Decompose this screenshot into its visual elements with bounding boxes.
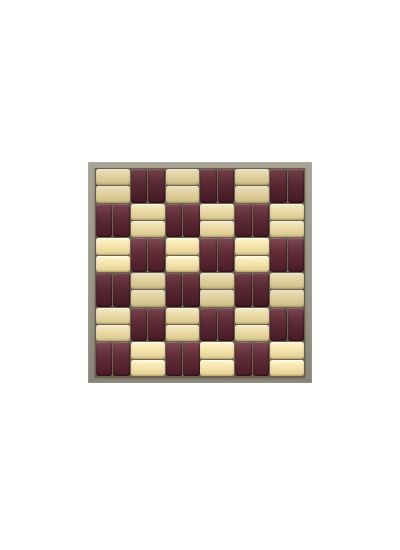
board-square-r1c6-maroon — [270, 169, 304, 203]
domino-tile — [166, 238, 200, 254]
board-square-r5c6-maroon — [270, 308, 304, 342]
domino-tile — [183, 204, 199, 238]
board-square-r2c2-cream — [131, 204, 165, 238]
domino-tile — [288, 169, 304, 203]
domino-tile — [131, 169, 147, 203]
domino-tile — [235, 169, 269, 185]
domino-tile — [253, 342, 269, 376]
domino-tile — [270, 273, 304, 289]
domino-tile — [235, 273, 251, 307]
domino-tile — [148, 169, 164, 203]
domino-tile — [270, 360, 304, 376]
domino-tile — [270, 308, 286, 342]
domino-tile — [200, 342, 234, 358]
domino-tile — [166, 204, 182, 238]
domino-tile — [200, 290, 234, 306]
board-square-r4c2-cream — [131, 273, 165, 307]
domino-tile — [253, 204, 269, 238]
domino-tile — [96, 325, 130, 341]
board-square-r5c3-cream — [166, 308, 200, 342]
domino-tile — [200, 273, 234, 289]
board-square-r6c5-maroon — [235, 342, 269, 376]
domino-tile — [131, 221, 165, 237]
board-square-r2c5-maroon — [235, 204, 269, 238]
domino-tile — [96, 238, 130, 254]
board-square-r1c3-cream — [166, 169, 200, 203]
domino-tile — [96, 256, 130, 272]
domino-tile — [288, 238, 304, 272]
board-square-r4c6-cream — [270, 273, 304, 307]
board-square-r6c2-cream — [131, 342, 165, 376]
domino-tile — [235, 308, 269, 324]
domino-tile — [148, 308, 164, 342]
board-square-r2c4-cream — [200, 204, 234, 238]
domino-tile — [200, 169, 216, 203]
board-square-r4c5-maroon — [235, 273, 269, 307]
board-square-r1c4-maroon — [200, 169, 234, 203]
domino-tile — [235, 238, 269, 254]
domino-tile — [235, 186, 269, 202]
domino-tile — [131, 308, 147, 342]
domino-tile — [200, 308, 216, 342]
domino-tile — [148, 238, 164, 272]
domino-tile — [113, 204, 129, 238]
domino-tile — [166, 325, 200, 341]
board-square-r5c2-maroon — [131, 308, 165, 342]
domino-tile — [166, 186, 200, 202]
domino-tile — [131, 204, 165, 220]
board-square-r4c1-maroon — [96, 273, 130, 307]
board-square-r3c2-maroon — [131, 238, 165, 272]
board-square-r2c3-maroon — [166, 204, 200, 238]
board-square-r5c1-cream — [96, 308, 130, 342]
domino-tile — [96, 308, 130, 324]
checkerboard — [95, 168, 305, 377]
domino-tile — [131, 360, 165, 376]
domino-tile — [96, 204, 112, 238]
domino-tile — [166, 308, 200, 324]
domino-tile — [235, 325, 269, 341]
domino-tile — [200, 238, 216, 272]
domino-tile — [96, 169, 130, 185]
domino-tile — [96, 342, 112, 376]
board-square-r2c1-maroon — [96, 204, 130, 238]
board-square-r6c1-maroon — [96, 342, 130, 376]
board-square-r5c5-cream — [235, 308, 269, 342]
domino-tile — [270, 290, 304, 306]
board-square-r1c2-maroon — [131, 169, 165, 203]
domino-tile — [96, 273, 112, 307]
domino-tile — [253, 273, 269, 307]
board-square-r3c5-cream — [235, 238, 269, 272]
domino-tile — [183, 273, 199, 307]
domino-tile — [235, 256, 269, 272]
domino-tile — [131, 290, 165, 306]
domino-tile — [96, 186, 130, 202]
board-square-r3c6-maroon — [270, 238, 304, 272]
domino-tile — [200, 221, 234, 237]
board-square-r1c5-cream — [235, 169, 269, 203]
domino-tile — [270, 238, 286, 272]
domino-tile — [183, 342, 199, 376]
domino-tile — [113, 342, 129, 376]
domino-tile — [131, 238, 147, 272]
domino-tile — [288, 308, 304, 342]
domino-tile — [166, 256, 200, 272]
board-square-r6c4-cream — [200, 342, 234, 376]
domino-tile — [200, 204, 234, 220]
board-square-r3c3-cream — [166, 238, 200, 272]
domino-tile — [166, 342, 182, 376]
domino-tile — [270, 221, 304, 237]
domino-tile — [166, 169, 200, 185]
board-photo-surface — [88, 162, 312, 383]
board-square-r6c3-maroon — [166, 342, 200, 376]
domino-tile — [270, 342, 304, 358]
domino-tile — [235, 342, 251, 376]
domino-tile — [235, 204, 251, 238]
board-square-r6c6-cream — [270, 342, 304, 376]
board-square-r4c3-maroon — [166, 273, 200, 307]
domino-tile — [113, 273, 129, 307]
domino-tile — [131, 273, 165, 289]
board-square-r5c4-maroon — [200, 308, 234, 342]
domino-tile — [270, 169, 286, 203]
domino-tile — [218, 308, 234, 342]
board-square-r3c1-cream — [96, 238, 130, 272]
board-square-r2c6-cream — [270, 204, 304, 238]
domino-tile — [270, 204, 304, 220]
domino-tile — [218, 169, 234, 203]
domino-tile — [166, 273, 182, 307]
board-square-r3c4-maroon — [200, 238, 234, 272]
page-background — [0, 0, 400, 550]
domino-tile — [218, 238, 234, 272]
board-square-r1c1-cream — [96, 169, 130, 203]
board-square-r4c4-cream — [200, 273, 234, 307]
domino-tile — [131, 342, 165, 358]
domino-tile — [200, 360, 234, 376]
